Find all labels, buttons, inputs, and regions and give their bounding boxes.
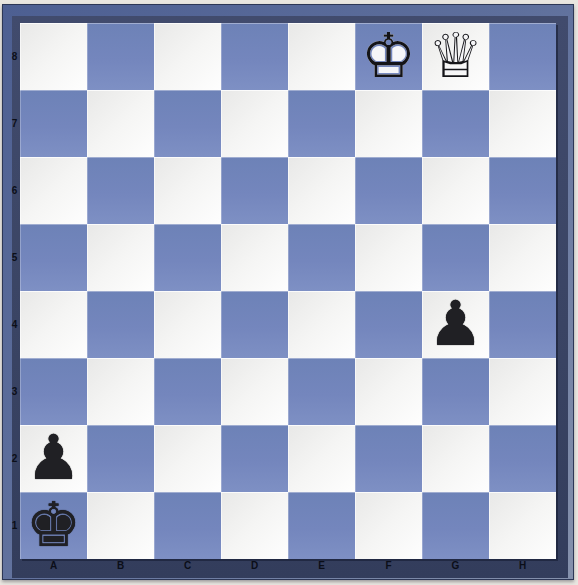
square-c7 xyxy=(154,90,221,157)
square-g4: ♟ xyxy=(422,291,489,358)
square-f5 xyxy=(355,224,422,291)
square-c1 xyxy=(154,492,221,559)
square-f1 xyxy=(355,492,422,559)
square-f3 xyxy=(355,358,422,425)
square-b1 xyxy=(87,492,154,559)
square-h4 xyxy=(489,291,556,358)
square-d8 xyxy=(221,23,288,90)
square-c8 xyxy=(154,23,221,90)
rank-label-8: 8 xyxy=(9,23,20,90)
square-d7 xyxy=(221,90,288,157)
square-b3 xyxy=(87,358,154,425)
file-label-g: G xyxy=(422,559,489,571)
square-h5 xyxy=(489,224,556,291)
square-c3 xyxy=(154,358,221,425)
file-label-c: C xyxy=(154,559,221,571)
file-label-f: F xyxy=(355,559,422,571)
square-g2 xyxy=(422,425,489,492)
file-label-a: A xyxy=(20,559,87,571)
square-f6 xyxy=(355,157,422,224)
square-g1 xyxy=(422,492,489,559)
page-background: ♚♔♛♕♟♟♚ 87654321ABCDEFGH xyxy=(0,0,578,585)
square-d1 xyxy=(221,492,288,559)
square-a1: ♚ xyxy=(20,492,87,559)
square-e3 xyxy=(288,358,355,425)
file-label-b: B xyxy=(87,559,154,571)
square-e5 xyxy=(288,224,355,291)
square-e8 xyxy=(288,23,355,90)
square-h6 xyxy=(489,157,556,224)
square-h7 xyxy=(489,90,556,157)
square-g3 xyxy=(422,358,489,425)
rank-label-7: 7 xyxy=(9,90,20,157)
square-f4 xyxy=(355,291,422,358)
square-e4 xyxy=(288,291,355,358)
square-f2 xyxy=(355,425,422,492)
square-b8 xyxy=(87,23,154,90)
square-e2 xyxy=(288,425,355,492)
white-king-f8: ♚♔ xyxy=(355,23,422,90)
square-d3 xyxy=(221,358,288,425)
black-pawn-g4: ♟ xyxy=(422,291,489,358)
square-c5 xyxy=(154,224,221,291)
square-b7 xyxy=(87,90,154,157)
square-b6 xyxy=(87,157,154,224)
square-h2 xyxy=(489,425,556,492)
square-c4 xyxy=(154,291,221,358)
white-queen-g8: ♛♕ xyxy=(422,23,489,90)
rank-label-5: 5 xyxy=(9,224,20,291)
square-a3 xyxy=(20,358,87,425)
square-c6 xyxy=(154,157,221,224)
square-c2 xyxy=(154,425,221,492)
file-label-e: E xyxy=(288,559,355,571)
square-a5 xyxy=(20,224,87,291)
square-g5 xyxy=(422,224,489,291)
square-e7 xyxy=(288,90,355,157)
square-b5 xyxy=(87,224,154,291)
square-a4 xyxy=(20,291,87,358)
square-e1 xyxy=(288,492,355,559)
rank-label-1: 1 xyxy=(9,492,20,559)
square-d4 xyxy=(221,291,288,358)
file-label-h: H xyxy=(489,559,556,571)
square-a8 xyxy=(20,23,87,90)
square-b4 xyxy=(87,291,154,358)
rank-label-4: 4 xyxy=(9,291,20,358)
square-e6 xyxy=(288,157,355,224)
rank-label-3: 3 xyxy=(9,358,20,425)
square-h8 xyxy=(489,23,556,90)
rank-label-2: 2 xyxy=(9,425,20,492)
chess-board: ♚♔♛♕♟♟♚ xyxy=(20,23,556,559)
square-g8: ♛♕ xyxy=(422,23,489,90)
rank-label-6: 6 xyxy=(9,157,20,224)
square-h3 xyxy=(489,358,556,425)
square-a7 xyxy=(20,90,87,157)
square-a6 xyxy=(20,157,87,224)
square-b2 xyxy=(87,425,154,492)
square-d2 xyxy=(221,425,288,492)
black-pawn-a2: ♟ xyxy=(20,425,87,492)
square-d6 xyxy=(221,157,288,224)
square-f7 xyxy=(355,90,422,157)
square-a2: ♟ xyxy=(20,425,87,492)
black-king-a1: ♚ xyxy=(20,492,87,559)
square-f8: ♚♔ xyxy=(355,23,422,90)
square-h1 xyxy=(489,492,556,559)
square-g6 xyxy=(422,157,489,224)
square-d5 xyxy=(221,224,288,291)
file-label-d: D xyxy=(221,559,288,571)
square-g7 xyxy=(422,90,489,157)
